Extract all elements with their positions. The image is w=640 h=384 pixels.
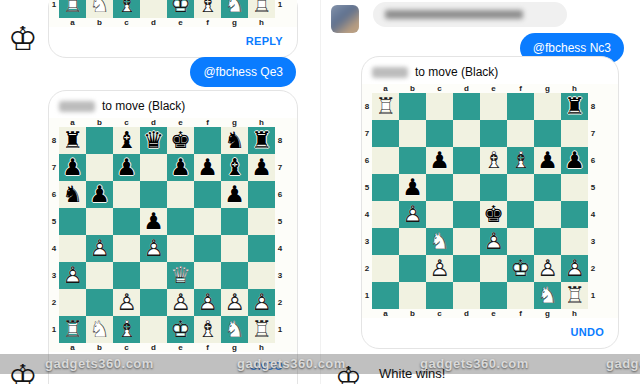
white-knight: ♞♘ bbox=[426, 228, 453, 255]
rank-label-4: 4 bbox=[275, 235, 285, 262]
black-pawn: ♟ bbox=[426, 147, 453, 174]
white-king-avatar-icon: ♔ bbox=[8, 360, 38, 384]
square-a3: ♟♙ bbox=[59, 262, 86, 289]
square-e5 bbox=[480, 174, 507, 201]
square-h6: ♟ bbox=[561, 147, 588, 174]
square-g2: ♟♙ bbox=[534, 255, 561, 282]
square-f5 bbox=[507, 174, 534, 201]
black-pawn: ♟ bbox=[59, 154, 86, 181]
rank-label-6: 6 bbox=[588, 147, 598, 174]
board-corner bbox=[49, 18, 59, 27]
square-g3 bbox=[221, 262, 248, 289]
previous-board-rank1: 1♜♖♞♘♝♗♚♔♝♗♞♘♜♖1abcdefgh bbox=[49, 0, 297, 27]
file-label-g: g bbox=[221, 118, 248, 127]
file-label-f: f bbox=[194, 18, 221, 27]
file-label-b: b bbox=[399, 84, 426, 93]
square-h1: ♜♖ bbox=[561, 282, 588, 309]
square-h3 bbox=[561, 228, 588, 255]
square-a3 bbox=[372, 228, 399, 255]
file-label-e: e bbox=[167, 18, 194, 27]
white-bishop: ♝♗ bbox=[507, 147, 534, 174]
square-h4 bbox=[561, 201, 588, 228]
black-pawn: ♟ bbox=[140, 208, 167, 235]
file-label-f: f bbox=[194, 118, 221, 127]
square-g1: ♞♘ bbox=[534, 282, 561, 309]
white-knight: ♞♘ bbox=[221, 316, 248, 343]
square-c5 bbox=[426, 174, 453, 201]
square-d4: ♟♙ bbox=[140, 235, 167, 262]
file-label-f: f bbox=[507, 309, 534, 318]
white-rook: ♜♖ bbox=[59, 316, 86, 343]
board-title-right: to move (Black) bbox=[362, 57, 618, 84]
watermark-text: gadgets360.com bbox=[45, 356, 154, 371]
square-h3 bbox=[248, 262, 275, 289]
file-label-h: h bbox=[248, 343, 275, 352]
square-a4 bbox=[372, 201, 399, 228]
black-rook: ♜ bbox=[248, 127, 275, 154]
board-title-text: to move (Black) bbox=[415, 65, 498, 79]
square-f4 bbox=[507, 201, 534, 228]
rank-label-3: 3 bbox=[362, 228, 372, 255]
square-a6: ♞ bbox=[59, 181, 86, 208]
square-d4 bbox=[453, 201, 480, 228]
rank-label-1: 1 bbox=[588, 282, 598, 309]
board-title-text: to move (Black) bbox=[102, 99, 185, 113]
black-pawn: ♟ bbox=[534, 147, 561, 174]
rank-label-3: 3 bbox=[275, 262, 285, 289]
chess-board-right: abcdefgh8♜♖♜8776♟♝♗♝♗♟♟65♟54♟♙♚43♞♘♟♙32♟… bbox=[362, 84, 618, 318]
file-label-g: g bbox=[534, 84, 561, 93]
square-c8: ♝ bbox=[113, 127, 140, 154]
white-rook: ♜♖ bbox=[248, 0, 275, 18]
square-f8 bbox=[507, 93, 534, 120]
square-c2: ♟♙ bbox=[426, 255, 453, 282]
white-king-avatar-icon: ♔ bbox=[335, 361, 362, 384]
black-pawn: ♟ bbox=[113, 154, 140, 181]
board-corner bbox=[275, 343, 285, 352]
rank-label-2: 2 bbox=[588, 255, 598, 282]
square-g3 bbox=[534, 228, 561, 255]
square-e1: ♚♔ bbox=[167, 0, 194, 18]
square-g7 bbox=[534, 120, 561, 147]
reply-link[interactable]: REPLY bbox=[49, 27, 297, 57]
square-a1 bbox=[372, 282, 399, 309]
white-pawn: ♟♙ bbox=[167, 289, 194, 316]
board-corner bbox=[275, 118, 285, 127]
square-c4 bbox=[426, 201, 453, 228]
white-knight: ♞♘ bbox=[86, 316, 113, 343]
square-g1: ♞♘ bbox=[221, 0, 248, 18]
white-king-avatar-icon: ♔ bbox=[8, 22, 38, 55]
file-label-h: h bbox=[561, 84, 588, 93]
file-label-a: a bbox=[372, 309, 399, 318]
square-a7 bbox=[372, 120, 399, 147]
square-b1: ♞♘ bbox=[86, 316, 113, 343]
square-d3 bbox=[453, 228, 480, 255]
black-rook: ♜ bbox=[561, 93, 588, 120]
square-f2: ♚♔ bbox=[507, 255, 534, 282]
white-bishop: ♝♗ bbox=[194, 316, 221, 343]
square-h2: ♟♙ bbox=[248, 289, 275, 316]
square-b1: ♞♘ bbox=[86, 0, 113, 18]
square-h4 bbox=[248, 235, 275, 262]
square-a7: ♟ bbox=[59, 154, 86, 181]
square-d2 bbox=[140, 289, 167, 316]
board-corner bbox=[362, 309, 372, 318]
board-corner bbox=[49, 118, 59, 127]
file-label-b: b bbox=[86, 343, 113, 352]
square-c3 bbox=[113, 262, 140, 289]
messenger-chess-screenshot: ♔ 1♜♖♞♘♝♗♚♔♝♗♞♘♜♖1abcdefgh REPLY @fbches… bbox=[0, 0, 640, 384]
blurred-player-name bbox=[59, 101, 95, 112]
square-a1: ♜♖ bbox=[59, 0, 86, 18]
black-king: ♚ bbox=[167, 127, 194, 154]
file-label-b: b bbox=[86, 118, 113, 127]
square-g4 bbox=[221, 235, 248, 262]
file-label-c: c bbox=[426, 309, 453, 318]
black-pawn: ♟ bbox=[221, 181, 248, 208]
square-b6: ♟ bbox=[86, 181, 113, 208]
board-corner bbox=[49, 343, 59, 352]
square-f7: ♟ bbox=[194, 154, 221, 181]
square-e2: ♟♙ bbox=[167, 289, 194, 316]
black-knight: ♞ bbox=[59, 181, 86, 208]
square-b8 bbox=[399, 93, 426, 120]
rank-label-8: 8 bbox=[275, 127, 285, 154]
black-queen: ♛ bbox=[140, 127, 167, 154]
square-d5 bbox=[453, 174, 480, 201]
white-rook: ♜♖ bbox=[59, 0, 86, 18]
file-label-a: a bbox=[59, 343, 86, 352]
square-g8 bbox=[534, 93, 561, 120]
file-label-d: d bbox=[140, 118, 167, 127]
outgoing-message-qe3: @fbchess Qe3 bbox=[190, 57, 296, 87]
black-pawn: ♟ bbox=[194, 154, 221, 181]
board-message-right: to move (Black) abcdefgh8♜♖♜8776♟♝♗♝♗♟♟6… bbox=[361, 56, 619, 349]
file-label-c: c bbox=[113, 118, 140, 127]
square-e7 bbox=[480, 120, 507, 147]
black-pawn: ♟ bbox=[399, 174, 426, 201]
board-message-left: to move (Black) abcdefgh8♜♝♛♚♞♜87♟♟♟♟♝♟7… bbox=[48, 90, 298, 384]
square-f1: ♝♗ bbox=[194, 0, 221, 18]
square-e7: ♟ bbox=[167, 154, 194, 181]
file-label-g: g bbox=[221, 343, 248, 352]
white-pawn: ♟♙ bbox=[248, 289, 275, 316]
square-f7 bbox=[507, 120, 534, 147]
square-c7 bbox=[426, 120, 453, 147]
white-pawn: ♟♙ bbox=[113, 289, 140, 316]
black-pawn: ♟ bbox=[167, 154, 194, 181]
rank-label-6: 6 bbox=[49, 181, 59, 208]
board-corner bbox=[275, 18, 285, 27]
file-label-h: h bbox=[248, 118, 275, 127]
rank-label-4: 4 bbox=[362, 201, 372, 228]
square-b1 bbox=[399, 282, 426, 309]
file-label-e: e bbox=[167, 343, 194, 352]
white-bishop: ♝♗ bbox=[113, 316, 140, 343]
file-label-b: b bbox=[86, 18, 113, 27]
watermark-text: gadgets360.com bbox=[237, 356, 346, 371]
white-bishop: ♝♗ bbox=[113, 0, 140, 18]
file-label-d: d bbox=[140, 343, 167, 352]
rank-label-5: 5 bbox=[49, 208, 59, 235]
square-d5: ♟ bbox=[140, 208, 167, 235]
square-f8 bbox=[194, 127, 221, 154]
white-pawn: ♟♙ bbox=[399, 201, 426, 228]
square-h5 bbox=[248, 208, 275, 235]
square-g4 bbox=[534, 201, 561, 228]
rank-label-1: 1 bbox=[275, 0, 285, 18]
square-b7 bbox=[399, 120, 426, 147]
square-b3 bbox=[86, 262, 113, 289]
rank-label-3: 3 bbox=[49, 262, 59, 289]
rank-label-8: 8 bbox=[49, 127, 59, 154]
square-e8 bbox=[480, 93, 507, 120]
square-g7: ♝ bbox=[221, 154, 248, 181]
square-c3: ♞♘ bbox=[426, 228, 453, 255]
white-king: ♚♔ bbox=[167, 0, 194, 18]
rank-label-7: 7 bbox=[362, 120, 372, 147]
square-f3 bbox=[507, 228, 534, 255]
square-c8 bbox=[426, 93, 453, 120]
square-e2 bbox=[480, 255, 507, 282]
square-h7: ♟ bbox=[248, 154, 275, 181]
square-g8: ♞ bbox=[221, 127, 248, 154]
square-e3: ♛♕ bbox=[167, 262, 194, 289]
square-b6 bbox=[399, 147, 426, 174]
square-g6: ♟ bbox=[534, 147, 561, 174]
black-rook: ♜ bbox=[59, 127, 86, 154]
white-rook: ♜♖ bbox=[372, 93, 399, 120]
file-label-b: b bbox=[399, 309, 426, 318]
board-corner bbox=[588, 309, 598, 318]
file-label-c: c bbox=[113, 343, 140, 352]
square-d3 bbox=[140, 262, 167, 289]
rank-label-7: 7 bbox=[588, 120, 598, 147]
square-c5 bbox=[113, 208, 140, 235]
square-h7 bbox=[561, 120, 588, 147]
square-h5 bbox=[561, 174, 588, 201]
square-f6 bbox=[194, 181, 221, 208]
file-label-g: g bbox=[221, 18, 248, 27]
square-d8: ♛ bbox=[140, 127, 167, 154]
rank-label-1: 1 bbox=[362, 282, 372, 309]
rank-label-5: 5 bbox=[588, 174, 598, 201]
square-a2 bbox=[372, 255, 399, 282]
white-rook: ♜♖ bbox=[561, 282, 588, 309]
left-chat-panel: ♔ 1♜♖♞♘♝♗♚♔♝♗♞♘♜♖1abcdefgh REPLY @fbches… bbox=[0, 0, 320, 384]
file-label-c: c bbox=[426, 84, 453, 93]
blurred-player-name bbox=[372, 67, 408, 78]
square-d7 bbox=[140, 154, 167, 181]
square-b2 bbox=[399, 255, 426, 282]
square-e6: ♝♗ bbox=[480, 147, 507, 174]
right-chat-panel: @fbchess Nc3 to move (Black) abcdefgh8♜♖… bbox=[320, 0, 640, 384]
square-f1: ♝♗ bbox=[194, 316, 221, 343]
black-pawn: ♟ bbox=[248, 154, 275, 181]
blurred-user-avatar bbox=[331, 5, 359, 33]
black-bishop: ♝ bbox=[221, 154, 248, 181]
square-f4 bbox=[194, 235, 221, 262]
rank-label-6: 6 bbox=[275, 181, 285, 208]
square-c6: ♟ bbox=[426, 147, 453, 174]
square-e4 bbox=[167, 235, 194, 262]
white-queen: ♛♕ bbox=[167, 262, 194, 289]
square-d6 bbox=[453, 147, 480, 174]
square-a8: ♜♖ bbox=[372, 93, 399, 120]
square-g1: ♞♘ bbox=[221, 316, 248, 343]
board-corner bbox=[588, 84, 598, 93]
square-b4: ♟♙ bbox=[86, 235, 113, 262]
file-label-d: d bbox=[453, 309, 480, 318]
square-b2 bbox=[86, 289, 113, 316]
square-e3: ♟♙ bbox=[480, 228, 507, 255]
square-a2 bbox=[59, 289, 86, 316]
square-f6: ♝♗ bbox=[507, 147, 534, 174]
square-f2: ♟♙ bbox=[194, 289, 221, 316]
square-c6 bbox=[113, 181, 140, 208]
square-b3 bbox=[399, 228, 426, 255]
file-label-e: e bbox=[167, 118, 194, 127]
file-label-f: f bbox=[194, 343, 221, 352]
black-pawn: ♟ bbox=[86, 181, 113, 208]
rank-label-6: 6 bbox=[362, 147, 372, 174]
square-a8: ♜ bbox=[59, 127, 86, 154]
square-d8 bbox=[453, 93, 480, 120]
rank-label-7: 7 bbox=[275, 154, 285, 181]
watermark-bar: gadgets360.com gadgets360.com gadgets360… bbox=[0, 354, 640, 374]
black-pawn: ♟ bbox=[561, 147, 588, 174]
result-message: White wins! bbox=[379, 366, 445, 381]
square-b5: ♟ bbox=[399, 174, 426, 201]
blurred-incoming-message bbox=[373, 2, 567, 27]
square-e4: ♚ bbox=[480, 201, 507, 228]
file-label-a: a bbox=[59, 118, 86, 127]
white-king: ♚♔ bbox=[167, 316, 194, 343]
square-h6 bbox=[248, 181, 275, 208]
white-pawn: ♟♙ bbox=[140, 235, 167, 262]
square-f5 bbox=[194, 208, 221, 235]
square-c7: ♟ bbox=[113, 154, 140, 181]
square-b4: ♟♙ bbox=[399, 201, 426, 228]
file-label-a: a bbox=[59, 18, 86, 27]
white-bishop: ♝♗ bbox=[480, 147, 507, 174]
white-pawn: ♟♙ bbox=[426, 255, 453, 282]
square-c1 bbox=[426, 282, 453, 309]
undo-link-right[interactable]: UNDO bbox=[362, 318, 618, 348]
white-knight: ♞♘ bbox=[86, 0, 113, 18]
square-b8 bbox=[86, 127, 113, 154]
white-pawn: ♟♙ bbox=[561, 255, 588, 282]
square-c4 bbox=[113, 235, 140, 262]
square-h8: ♜ bbox=[248, 127, 275, 154]
white-pawn: ♟♙ bbox=[221, 289, 248, 316]
square-h2: ♟♙ bbox=[561, 255, 588, 282]
file-label-a: a bbox=[372, 84, 399, 93]
square-a4 bbox=[59, 235, 86, 262]
rank-label-2: 2 bbox=[362, 255, 372, 282]
square-a6 bbox=[372, 147, 399, 174]
square-f1 bbox=[507, 282, 534, 309]
square-g6: ♟ bbox=[221, 181, 248, 208]
rank-label-1: 1 bbox=[49, 0, 59, 18]
white-pawn: ♟♙ bbox=[534, 255, 561, 282]
square-e5 bbox=[167, 208, 194, 235]
white-bishop: ♝♗ bbox=[194, 0, 221, 18]
square-d1 bbox=[140, 316, 167, 343]
rank-label-1: 1 bbox=[49, 316, 59, 343]
square-c1: ♝♗ bbox=[113, 316, 140, 343]
square-d2 bbox=[453, 255, 480, 282]
board-title-left: to move (Black) bbox=[49, 91, 297, 118]
square-c2: ♟♙ bbox=[113, 289, 140, 316]
chess-board-left: abcdefgh8♜♝♛♚♞♜87♟♟♟♟♝♟76♞♟♟65♟54♟♙♟♙43♟… bbox=[49, 118, 297, 352]
square-a1: ♜♖ bbox=[59, 316, 86, 343]
rank-label-4: 4 bbox=[588, 201, 598, 228]
file-label-e: e bbox=[480, 309, 507, 318]
black-king: ♚ bbox=[480, 201, 507, 228]
square-e8: ♚ bbox=[167, 127, 194, 154]
file-label-c: c bbox=[113, 18, 140, 27]
square-a5 bbox=[59, 208, 86, 235]
square-d6 bbox=[140, 181, 167, 208]
previous-board-message: 1♜♖♞♘♝♗♚♔♝♗♞♘♜♖1abcdefgh REPLY bbox=[48, 0, 298, 58]
file-label-h: h bbox=[248, 18, 275, 27]
square-f3 bbox=[194, 262, 221, 289]
file-label-h: h bbox=[561, 309, 588, 318]
white-pawn: ♟♙ bbox=[59, 262, 86, 289]
blurred-text bbox=[385, 10, 523, 19]
file-label-g: g bbox=[534, 309, 561, 318]
file-label-e: e bbox=[480, 84, 507, 93]
square-b5 bbox=[86, 208, 113, 235]
rank-label-8: 8 bbox=[588, 93, 598, 120]
rank-label-4: 4 bbox=[49, 235, 59, 262]
square-a5 bbox=[372, 174, 399, 201]
black-bishop: ♝ bbox=[113, 127, 140, 154]
square-h1: ♜♖ bbox=[248, 316, 275, 343]
square-e1 bbox=[480, 282, 507, 309]
file-label-d: d bbox=[453, 84, 480, 93]
square-d1 bbox=[140, 0, 167, 18]
square-d7 bbox=[453, 120, 480, 147]
square-c1: ♝♗ bbox=[113, 0, 140, 18]
rank-label-2: 2 bbox=[49, 289, 59, 316]
rank-label-2: 2 bbox=[275, 289, 285, 316]
square-d1 bbox=[453, 282, 480, 309]
rank-label-1: 1 bbox=[275, 316, 285, 343]
rank-label-3: 3 bbox=[588, 228, 598, 255]
black-knight: ♞ bbox=[221, 127, 248, 154]
square-g2: ♟♙ bbox=[221, 289, 248, 316]
file-label-f: f bbox=[507, 84, 534, 93]
square-h8: ♜ bbox=[561, 93, 588, 120]
rank-label-5: 5 bbox=[362, 174, 372, 201]
white-king: ♚♔ bbox=[507, 255, 534, 282]
square-e1: ♚♔ bbox=[167, 316, 194, 343]
square-b7 bbox=[86, 154, 113, 181]
white-rook: ♜♖ bbox=[248, 316, 275, 343]
rank-label-7: 7 bbox=[49, 154, 59, 181]
watermark-text: gadgets360.com bbox=[606, 356, 640, 371]
rank-label-8: 8 bbox=[362, 93, 372, 120]
white-knight: ♞♘ bbox=[534, 282, 561, 309]
square-g5 bbox=[221, 208, 248, 235]
white-pawn: ♟♙ bbox=[194, 289, 221, 316]
white-knight: ♞♘ bbox=[221, 0, 248, 18]
board-corner bbox=[362, 84, 372, 93]
square-e6 bbox=[167, 181, 194, 208]
